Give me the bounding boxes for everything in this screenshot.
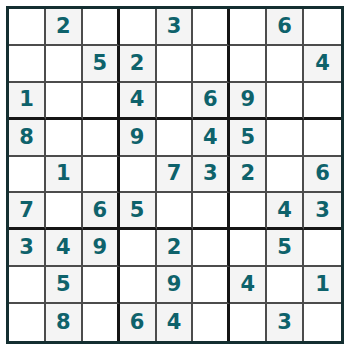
- cell-r3c8[interactable]: [267, 83, 304, 120]
- cell-r4c6[interactable]: 4: [193, 120, 230, 157]
- cell-r1c2[interactable]: 2: [46, 9, 83, 46]
- cell-r5c1[interactable]: [9, 157, 46, 194]
- cell-r6c1[interactable]: 7: [9, 193, 46, 230]
- cell-r3c7[interactable]: 9: [230, 83, 267, 120]
- cell-r1c1[interactable]: [9, 9, 46, 46]
- cell-r7c3[interactable]: 9: [83, 230, 120, 267]
- cell-r9c2[interactable]: 8: [46, 304, 83, 341]
- cell-r6c2[interactable]: [46, 193, 83, 230]
- cell-r4c4[interactable]: 9: [120, 120, 157, 157]
- cell-r2c7[interactable]: [230, 46, 267, 83]
- cell-r6c7[interactable]: [230, 193, 267, 230]
- cell-r7c5[interactable]: 2: [157, 230, 194, 267]
- cell-r7c7[interactable]: [230, 230, 267, 267]
- cell-r1c7[interactable]: [230, 9, 267, 46]
- cell-r9c1[interactable]: [9, 304, 46, 341]
- cell-r2c9[interactable]: 4: [304, 46, 341, 83]
- cell-r5c7[interactable]: 2: [230, 157, 267, 194]
- cell-r5c6[interactable]: 3: [193, 157, 230, 194]
- cell-r6c4[interactable]: 5: [120, 193, 157, 230]
- cell-r9c5[interactable]: 4: [157, 304, 194, 341]
- cell-r7c4[interactable]: [120, 230, 157, 267]
- cell-r7c1[interactable]: 3: [9, 230, 46, 267]
- cell-r6c5[interactable]: [157, 193, 194, 230]
- cell-r2c2[interactable]: [46, 46, 83, 83]
- cell-r4c9[interactable]: [304, 120, 341, 157]
- cell-r9c6[interactable]: [193, 304, 230, 341]
- cell-r2c1[interactable]: [9, 46, 46, 83]
- cell-r9c3[interactable]: [83, 304, 120, 341]
- cell-r5c3[interactable]: [83, 157, 120, 194]
- cell-r2c5[interactable]: [157, 46, 194, 83]
- cell-r5c8[interactable]: [267, 157, 304, 194]
- cell-r8c6[interactable]: [193, 267, 230, 304]
- cell-r6c6[interactable]: [193, 193, 230, 230]
- cell-r7c9[interactable]: [304, 230, 341, 267]
- cell-r7c2[interactable]: 4: [46, 230, 83, 267]
- cell-r4c5[interactable]: [157, 120, 194, 157]
- cell-r2c8[interactable]: [267, 46, 304, 83]
- cell-r8c1[interactable]: [9, 267, 46, 304]
- cell-r3c3[interactable]: [83, 83, 120, 120]
- cell-r9c4[interactable]: 6: [120, 304, 157, 341]
- cell-r8c8[interactable]: [267, 267, 304, 304]
- cell-r9c9[interactable]: [304, 304, 341, 341]
- sudoku-board: 2365241469894517326765433492559418643: [6, 6, 344, 344]
- sudoku-page: 2365241469894517326765433492559418643: [0, 0, 350, 350]
- cell-r3c6[interactable]: 6: [193, 83, 230, 120]
- cell-r1c3[interactable]: [83, 9, 120, 46]
- cell-r6c9[interactable]: 3: [304, 193, 341, 230]
- cell-r1c9[interactable]: [304, 9, 341, 46]
- cell-r4c1[interactable]: 8: [9, 120, 46, 157]
- cell-r6c8[interactable]: 4: [267, 193, 304, 230]
- cell-r5c9[interactable]: 6: [304, 157, 341, 194]
- cell-r4c7[interactable]: 5: [230, 120, 267, 157]
- cell-r8c5[interactable]: 9: [157, 267, 194, 304]
- cell-r4c2[interactable]: [46, 120, 83, 157]
- cell-r1c8[interactable]: 6: [267, 9, 304, 46]
- cell-r2c3[interactable]: 5: [83, 46, 120, 83]
- cell-r3c1[interactable]: 1: [9, 83, 46, 120]
- cell-r8c7[interactable]: 4: [230, 267, 267, 304]
- cell-r3c2[interactable]: [46, 83, 83, 120]
- cell-r1c4[interactable]: [120, 9, 157, 46]
- cell-r3c9[interactable]: [304, 83, 341, 120]
- cell-r8c9[interactable]: 1: [304, 267, 341, 304]
- cell-r2c6[interactable]: [193, 46, 230, 83]
- cell-r8c2[interactable]: 5: [46, 267, 83, 304]
- cell-r4c3[interactable]: [83, 120, 120, 157]
- cell-r3c4[interactable]: 4: [120, 83, 157, 120]
- cell-r5c4[interactable]: [120, 157, 157, 194]
- cell-r2c4[interactable]: 2: [120, 46, 157, 83]
- cell-r3c5[interactable]: [157, 83, 194, 120]
- cell-r1c5[interactable]: 3: [157, 9, 194, 46]
- cell-r6c3[interactable]: 6: [83, 193, 120, 230]
- cell-r4c8[interactable]: [267, 120, 304, 157]
- cell-r5c5[interactable]: 7: [157, 157, 194, 194]
- cell-r5c2[interactable]: 1: [46, 157, 83, 194]
- cell-r9c7[interactable]: [230, 304, 267, 341]
- cell-r7c8[interactable]: 5: [267, 230, 304, 267]
- cell-r8c3[interactable]: [83, 267, 120, 304]
- cell-r9c8[interactable]: 3: [267, 304, 304, 341]
- cell-r8c4[interactable]: [120, 267, 157, 304]
- cell-r7c6[interactable]: [193, 230, 230, 267]
- cell-r1c6[interactable]: [193, 9, 230, 46]
